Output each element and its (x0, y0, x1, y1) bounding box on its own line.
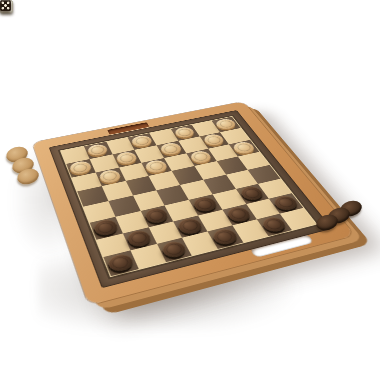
black-die[interactable] (0, 0, 11, 11)
product-photo-stage (0, 0, 380, 380)
dark-checker[interactable] (106, 252, 135, 273)
checkers-board (60, 116, 318, 277)
